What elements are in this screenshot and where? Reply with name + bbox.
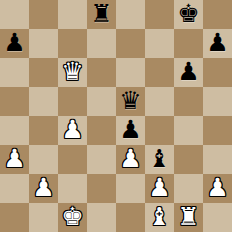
square-e2[interactable]	[116, 174, 145, 203]
square-c3[interactable]	[58, 145, 87, 174]
square-f1[interactable]: ♝	[145, 203, 174, 232]
square-d8[interactable]: ♜	[87, 0, 116, 29]
square-a6[interactable]	[0, 58, 29, 87]
square-g8[interactable]: ♚	[174, 0, 203, 29]
square-h2[interactable]: ♟	[203, 174, 232, 203]
square-f4[interactable]	[145, 116, 174, 145]
square-d1[interactable]	[87, 203, 116, 232]
square-a2[interactable]	[0, 174, 29, 203]
square-a8[interactable]	[0, 0, 29, 29]
square-g7[interactable]	[174, 29, 203, 58]
piece-black-pawn: ♟	[119, 115, 141, 144]
piece-white-rook: ♜	[177, 202, 199, 231]
square-b3[interactable]	[29, 145, 58, 174]
square-f7[interactable]	[145, 29, 174, 58]
square-a5[interactable]	[0, 87, 29, 116]
square-h3[interactable]	[203, 145, 232, 174]
square-h8[interactable]	[203, 0, 232, 29]
piece-white-queen: ♛	[61, 57, 83, 86]
square-b8[interactable]	[29, 0, 58, 29]
square-d2[interactable]	[87, 174, 116, 203]
piece-white-pawn: ♟	[3, 144, 25, 173]
square-e5[interactable]: ♛	[116, 87, 145, 116]
square-c6[interactable]: ♛	[58, 58, 87, 87]
square-b6[interactable]	[29, 58, 58, 87]
square-f2[interactable]: ♟	[145, 174, 174, 203]
square-b2[interactable]: ♟	[29, 174, 58, 203]
square-g4[interactable]	[174, 116, 203, 145]
piece-white-pawn: ♟	[148, 173, 170, 202]
square-c2[interactable]	[58, 174, 87, 203]
square-h4[interactable]	[203, 116, 232, 145]
piece-white-pawn: ♟	[61, 115, 83, 144]
square-b7[interactable]	[29, 29, 58, 58]
square-b1[interactable]	[29, 203, 58, 232]
square-h1[interactable]	[203, 203, 232, 232]
square-g3[interactable]	[174, 145, 203, 174]
square-c4[interactable]: ♟	[58, 116, 87, 145]
square-c1[interactable]: ♚	[58, 203, 87, 232]
square-b5[interactable]	[29, 87, 58, 116]
piece-white-pawn: ♟	[206, 173, 228, 202]
piece-white-pawn: ♟	[119, 144, 141, 173]
piece-black-bishop: ♝	[148, 144, 170, 173]
square-g5[interactable]	[174, 87, 203, 116]
square-d4[interactable]	[87, 116, 116, 145]
square-h6[interactable]	[203, 58, 232, 87]
square-d3[interactable]	[87, 145, 116, 174]
square-g2[interactable]	[174, 174, 203, 203]
square-g6[interactable]: ♟	[174, 58, 203, 87]
piece-black-queen: ♛	[119, 86, 141, 115]
square-g1[interactable]: ♜	[174, 203, 203, 232]
square-e7[interactable]	[116, 29, 145, 58]
square-a3[interactable]: ♟	[0, 145, 29, 174]
piece-white-pawn: ♟	[32, 173, 54, 202]
square-f5[interactable]	[145, 87, 174, 116]
square-f6[interactable]	[145, 58, 174, 87]
square-c5[interactable]	[58, 87, 87, 116]
square-c8[interactable]	[58, 0, 87, 29]
square-a1[interactable]	[0, 203, 29, 232]
square-f8[interactable]	[145, 0, 174, 29]
square-e1[interactable]	[116, 203, 145, 232]
square-e3[interactable]: ♟	[116, 145, 145, 174]
piece-white-bishop: ♝	[148, 202, 170, 231]
square-f3[interactable]: ♝	[145, 145, 174, 174]
piece-black-king: ♚	[177, 0, 199, 28]
square-h5[interactable]	[203, 87, 232, 116]
piece-black-pawn: ♟	[206, 28, 228, 57]
square-e4[interactable]: ♟	[116, 116, 145, 145]
square-e8[interactable]	[116, 0, 145, 29]
chess-board: ♜♚♟♟♛♟♛♟♟♟♟♝♟♟♟♚♝♜	[0, 0, 232, 232]
square-b4[interactable]	[29, 116, 58, 145]
piece-black-rook: ♜	[90, 0, 112, 28]
square-h7[interactable]: ♟	[203, 29, 232, 58]
square-d6[interactable]	[87, 58, 116, 87]
square-d7[interactable]	[87, 29, 116, 58]
square-a7[interactable]: ♟	[0, 29, 29, 58]
piece-white-king: ♚	[61, 202, 83, 231]
piece-black-pawn: ♟	[177, 57, 199, 86]
square-e6[interactable]	[116, 58, 145, 87]
square-a4[interactable]	[0, 116, 29, 145]
square-d5[interactable]	[87, 87, 116, 116]
piece-black-pawn: ♟	[3, 28, 25, 57]
square-c7[interactable]	[58, 29, 87, 58]
